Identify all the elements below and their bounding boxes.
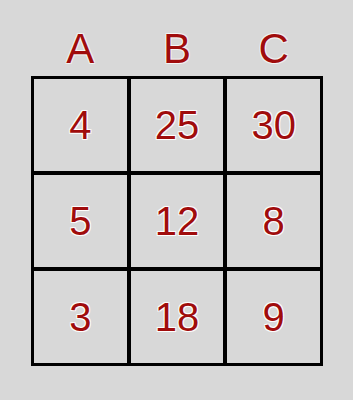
- cell-C2[interactable]: 8: [227, 175, 320, 267]
- cell-B1[interactable]: 25: [131, 79, 224, 171]
- cell-A2[interactable]: 5: [34, 175, 127, 267]
- cell-C3[interactable]: 9: [227, 271, 320, 363]
- cell-B3[interactable]: 18: [131, 271, 224, 363]
- number-grid-board: 4 25 30 5 12 8 3 18 9: [31, 76, 323, 366]
- cell-A2-value: 5: [69, 199, 91, 244]
- cell-C3-value: 9: [263, 295, 285, 340]
- cell-B3-value: 18: [155, 295, 200, 340]
- column-header-b: B: [131, 26, 224, 72]
- cell-C1-value: 30: [251, 103, 296, 148]
- cell-A1[interactable]: 4: [34, 79, 127, 171]
- cell-B2-value: 12: [155, 199, 200, 244]
- column-header-a: A: [34, 26, 127, 72]
- cell-A1-value: 4: [69, 103, 91, 148]
- cell-A3[interactable]: 3: [34, 271, 127, 363]
- cell-A3-value: 3: [69, 295, 91, 340]
- cell-C1[interactable]: 30: [227, 79, 320, 171]
- cell-C2-value: 8: [263, 199, 285, 244]
- cell-B1-value: 25: [155, 103, 200, 148]
- cell-B2[interactable]: 12: [131, 175, 224, 267]
- column-header-row: A B C: [31, 26, 323, 72]
- column-header-c: C: [227, 26, 320, 72]
